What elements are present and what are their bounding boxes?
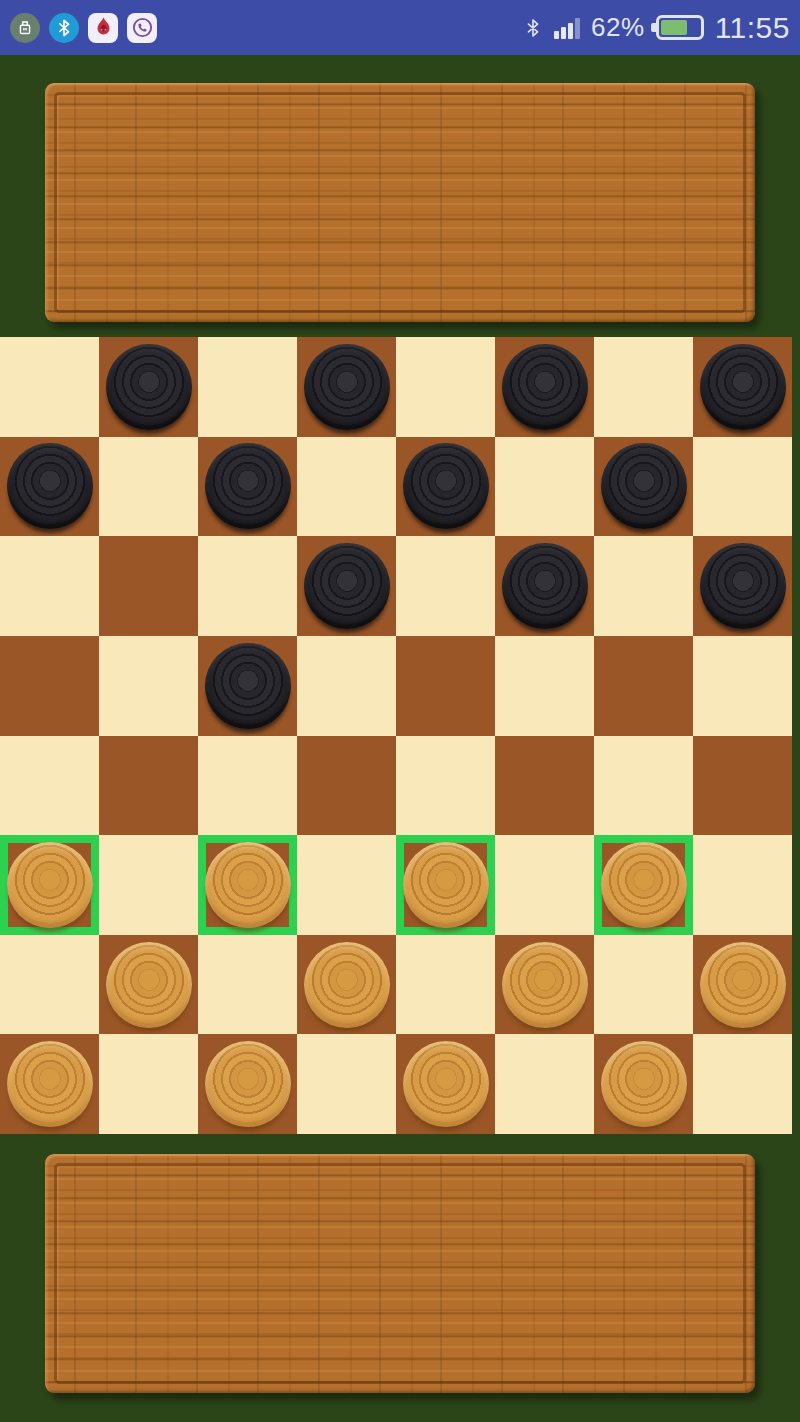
antutu-app-icon [88,13,118,43]
black-piece[interactable] [403,443,489,529]
black-piece[interactable] [205,643,291,729]
square-r7c6[interactable] [495,935,594,1035]
square-r5c8[interactable] [693,736,792,836]
square-r1c5 [396,337,495,437]
square-r3c1 [0,536,99,636]
black-piece[interactable] [7,443,93,529]
bottom-piece-tray [45,1154,755,1393]
square-r1c1 [0,337,99,437]
square-r7c1 [0,935,99,1035]
white-piece[interactable] [403,1041,489,1127]
square-r3c6[interactable] [495,536,594,636]
square-r4c4 [297,636,396,736]
white-piece[interactable] [601,842,687,928]
square-r5c7 [594,736,693,836]
square-r1c6[interactable] [495,337,594,437]
square-r6c7[interactable] [594,835,693,935]
square-r6c6 [495,835,594,935]
square-r8c6 [495,1034,594,1134]
square-r4c1[interactable] [0,636,99,736]
square-r6c8 [693,835,792,935]
square-r4c8 [693,636,792,736]
square-r2c7[interactable] [594,437,693,537]
black-piece[interactable] [106,344,192,430]
square-r8c3[interactable] [198,1034,297,1134]
square-r2c3[interactable] [198,437,297,537]
square-r4c3[interactable] [198,636,297,736]
black-piece[interactable] [304,543,390,629]
black-piece[interactable] [700,344,786,430]
white-piece[interactable] [304,942,390,1028]
square-r4c2 [99,636,198,736]
square-r2c5[interactable] [396,437,495,537]
square-r7c7 [594,935,693,1035]
white-piece[interactable] [205,842,291,928]
board [0,337,792,1134]
square-r8c8 [693,1034,792,1134]
square-r3c7 [594,536,693,636]
top-piece-tray [45,83,755,322]
white-piece[interactable] [7,1041,93,1127]
white-piece[interactable] [502,942,588,1028]
square-r3c5 [396,536,495,636]
black-piece[interactable] [205,443,291,529]
square-r3c8[interactable] [693,536,792,636]
status-bar-left-icons [10,13,157,43]
black-piece[interactable] [700,543,786,629]
square-r4c7[interactable] [594,636,693,736]
square-r3c2[interactable] [99,536,198,636]
square-r6c2 [99,835,198,935]
battery-icon [656,15,704,40]
usb-icon [10,13,40,43]
square-r7c5 [396,935,495,1035]
viber-app-icon [127,13,157,43]
square-r6c5[interactable] [396,835,495,935]
bluetooth-app-icon [49,13,79,43]
square-r6c4 [297,835,396,935]
square-r8c1[interactable] [0,1034,99,1134]
square-r7c8[interactable] [693,935,792,1035]
square-r6c3[interactable] [198,835,297,935]
white-piece[interactable] [7,842,93,928]
square-r5c6[interactable] [495,736,594,836]
square-r7c2[interactable] [99,935,198,1035]
white-piece[interactable] [700,942,786,1028]
white-piece[interactable] [601,1041,687,1127]
battery-fill [661,20,687,35]
square-r2c6 [495,437,594,537]
square-r3c3 [198,536,297,636]
battery-percent-label: 62% [591,12,645,43]
square-r4c6 [495,636,594,736]
square-r2c2 [99,437,198,537]
square-r5c5 [396,736,495,836]
square-r8c2 [99,1034,198,1134]
square-r2c1[interactable] [0,437,99,537]
checkers-app-screen: 62% 11:55 [0,0,800,1422]
white-piece[interactable] [205,1041,291,1127]
square-r5c1 [0,736,99,836]
square-r8c5[interactable] [396,1034,495,1134]
square-r1c4[interactable] [297,337,396,437]
square-r5c4[interactable] [297,736,396,836]
square-r5c3 [198,736,297,836]
square-r7c3 [198,935,297,1035]
square-r5c2[interactable] [99,736,198,836]
square-r1c3 [198,337,297,437]
status-bar-right-icons: 62% 11:55 [523,11,790,45]
square-r4c5[interactable] [396,636,495,736]
square-r1c2[interactable] [99,337,198,437]
square-r3c4[interactable] [297,536,396,636]
square-r1c7 [594,337,693,437]
black-piece[interactable] [502,543,588,629]
square-r8c4 [297,1034,396,1134]
square-r1c8[interactable] [693,337,792,437]
square-r2c8 [693,437,792,537]
square-r6c1[interactable] [0,835,99,935]
status-bar: 62% 11:55 [0,0,800,55]
black-piece[interactable] [304,344,390,430]
square-r2c4 [297,437,396,537]
white-piece[interactable] [403,842,489,928]
square-r8c7[interactable] [594,1034,693,1134]
black-piece[interactable] [601,443,687,529]
square-r7c4[interactable] [297,935,396,1035]
clock-label: 11:55 [715,11,790,45]
bluetooth-icon [523,15,543,41]
black-piece[interactable] [502,344,588,430]
white-piece[interactable] [106,942,192,1028]
signal-strength-icon [554,17,580,39]
